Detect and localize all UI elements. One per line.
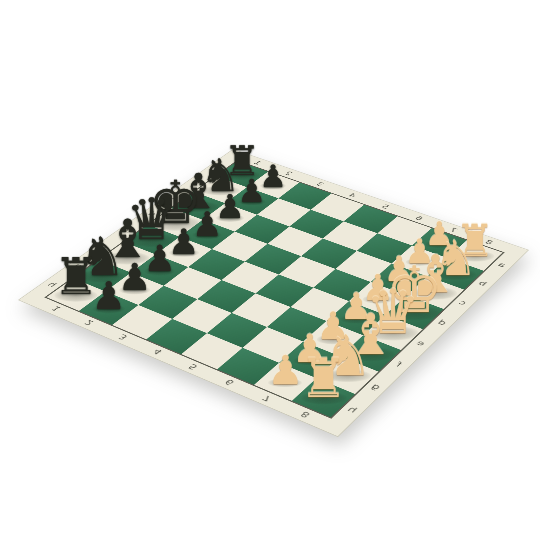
board-playing-field <box>47 161 503 417</box>
rank-label-6-hfile-side: 6 <box>219 376 240 389</box>
file-label-a-rank8-side: a <box>493 260 512 270</box>
rank-label-1-hfile-side: 1 <box>46 303 66 314</box>
file-label-h-rank8-side: h <box>342 403 363 416</box>
rank-label-3-hfile-side: 3 <box>113 331 133 343</box>
rank-label-5-hfile-side: 5 <box>183 361 204 373</box>
file-label-d-rank8-side: d <box>433 317 453 328</box>
file-label-f-rank8-side: f <box>389 358 409 370</box>
file-label-e-rank8-side: e <box>411 337 431 349</box>
rank-label-4-hfile-side: 4 <box>147 346 168 358</box>
file-label-g-rank8-side: g <box>366 380 387 393</box>
rank-label-7-hfile-side: 7 <box>256 392 277 405</box>
file-label-c-rank8-side: c <box>453 297 472 308</box>
chess-set-photo: aa11bb22cc33dd44ee55ff66gg77hh88 ♜♟♞♟♝♟♚… <box>0 0 540 540</box>
file-label-b-rank8-side: b <box>473 278 492 289</box>
chess-board: aa11bb22cc33dd44ee55ff66gg77hh88 <box>18 149 529 437</box>
rank-label-2-hfile-side: 2 <box>79 317 99 328</box>
board-perspective-wrapper: aa11bb22cc33dd44ee55ff66gg77hh88 <box>0 0 540 540</box>
